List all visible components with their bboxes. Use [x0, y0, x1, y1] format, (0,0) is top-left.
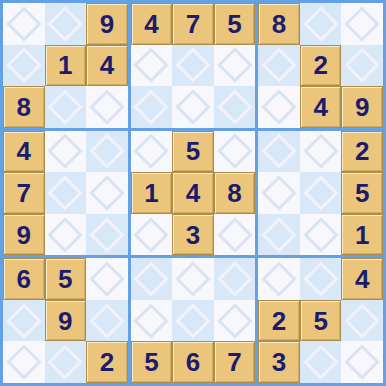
diamond-decoration — [217, 89, 252, 124]
cell-r6c3[interactable] — [86, 214, 128, 256]
cell-r9c1[interactable] — [3, 341, 45, 383]
sudoku-board: 914847582494795148325165925674253 — [0, 0, 386, 386]
diamond-decoration — [345, 48, 380, 83]
cell-r8c6[interactable] — [214, 300, 256, 342]
diamond-decoration — [134, 48, 169, 83]
cell-r5c4[interactable]: 1 — [131, 172, 173, 214]
diamond-decoration — [48, 6, 83, 41]
diamond-decoration — [175, 261, 210, 296]
diamond-decoration — [303, 134, 338, 169]
cell-r5c8[interactable] — [300, 172, 342, 214]
diamond-decoration — [134, 134, 169, 169]
cell-r3c1[interactable]: 8 — [3, 86, 45, 128]
cell-r8c4[interactable] — [131, 300, 173, 342]
diamond-decoration — [134, 261, 169, 296]
diamond-decoration — [217, 303, 252, 338]
cell-r1c3[interactable]: 9 — [86, 3, 128, 45]
cell-r9c2[interactable] — [45, 341, 87, 383]
cell-r9c8[interactable] — [300, 341, 342, 383]
cell-r7c6[interactable] — [214, 258, 256, 300]
diamond-decoration — [217, 134, 252, 169]
cell-r8c9[interactable] — [341, 300, 383, 342]
cell-r4c5[interactable]: 5 — [172, 131, 214, 173]
box-r0c1: 475 — [131, 3, 256, 128]
box-r2c2: 4253 — [258, 258, 383, 383]
cell-r4c6[interactable] — [214, 131, 256, 173]
diamond-decoration — [89, 89, 124, 124]
box-r0c2: 8249 — [258, 3, 383, 128]
diamond-decoration — [48, 345, 83, 380]
cell-r2c6[interactable] — [214, 45, 256, 87]
diamond-decoration — [217, 261, 252, 296]
diamond-decoration — [6, 6, 41, 41]
diamond-decoration — [175, 89, 210, 124]
box-r1c2: 251 — [258, 131, 383, 256]
cell-r7c2[interactable]: 5 — [45, 258, 87, 300]
cell-r7c9[interactable]: 4 — [341, 258, 383, 300]
cell-r1c2[interactable] — [45, 3, 87, 45]
diamond-decoration — [303, 6, 338, 41]
cell-r2c9[interactable] — [341, 45, 383, 87]
diamond-decoration — [261, 261, 296, 296]
box-r2c1: 567 — [131, 258, 256, 383]
cell-r5c6[interactable]: 8 — [214, 172, 256, 214]
diamond-decoration — [217, 217, 252, 252]
diamond-decoration — [175, 48, 210, 83]
diamond-decoration — [6, 48, 41, 83]
cell-r8c2[interactable]: 9 — [45, 300, 87, 342]
diamond-decoration — [261, 89, 296, 124]
cell-r1c1[interactable] — [3, 3, 45, 45]
cell-r6c1[interactable]: 9 — [3, 214, 45, 256]
cell-r5c7[interactable] — [258, 172, 300, 214]
cell-r6c8[interactable] — [300, 214, 342, 256]
diamond-decoration — [6, 303, 41, 338]
cell-r6c2[interactable] — [45, 214, 87, 256]
cell-r5c1[interactable]: 7 — [3, 172, 45, 214]
cell-r1c5[interactable]: 7 — [172, 3, 214, 45]
cell-r4c1[interactable]: 4 — [3, 131, 45, 173]
diamond-decoration — [261, 217, 296, 252]
cell-r6c5[interactable]: 3 — [172, 214, 214, 256]
cell-r2c7[interactable] — [258, 45, 300, 87]
cell-r7c5[interactable] — [172, 258, 214, 300]
diamond-decoration — [134, 303, 169, 338]
box-r1c1: 51483 — [131, 131, 256, 256]
diamond-decoration — [303, 261, 338, 296]
cell-r2c3[interactable]: 4 — [86, 45, 128, 87]
cell-r7c3[interactable] — [86, 258, 128, 300]
cell-r2c8[interactable]: 2 — [300, 45, 342, 87]
cell-r9c3[interactable]: 2 — [86, 341, 128, 383]
cell-r9c4[interactable]: 5 — [131, 341, 173, 383]
cell-r6c4[interactable] — [131, 214, 173, 256]
cell-r1c9[interactable] — [341, 3, 383, 45]
cell-r3c5[interactable] — [172, 86, 214, 128]
diamond-decoration — [48, 175, 83, 210]
cell-r8c8[interactable]: 5 — [300, 300, 342, 342]
cell-r1c7[interactable]: 8 — [258, 3, 300, 45]
cell-r9c5[interactable]: 6 — [172, 341, 214, 383]
cell-r4c8[interactable] — [300, 131, 342, 173]
cell-r7c7[interactable] — [258, 258, 300, 300]
cell-r4c7[interactable] — [258, 131, 300, 173]
cell-r3c7[interactable] — [258, 86, 300, 128]
cell-r7c4[interactable] — [131, 258, 173, 300]
cell-r3c2[interactable] — [45, 86, 87, 128]
cell-r5c2[interactable] — [45, 172, 87, 214]
cell-r4c2[interactable] — [45, 131, 87, 173]
cell-r5c3[interactable] — [86, 172, 128, 214]
cell-r3c9[interactable]: 9 — [341, 86, 383, 128]
cell-r2c4[interactable] — [131, 45, 173, 87]
cell-r9c9[interactable] — [341, 341, 383, 383]
diamond-decoration — [303, 217, 338, 252]
diamond-decoration — [89, 175, 124, 210]
cell-r1c6[interactable]: 5 — [214, 3, 256, 45]
cell-r8c7[interactable]: 2 — [258, 300, 300, 342]
cell-r6c6[interactable] — [214, 214, 256, 256]
diamond-decoration — [48, 134, 83, 169]
cell-r9c6[interactable]: 7 — [214, 341, 256, 383]
cell-r8c3[interactable] — [86, 300, 128, 342]
cell-r1c8[interactable] — [300, 3, 342, 45]
diamond-decoration — [6, 345, 41, 380]
diamond-decoration — [134, 217, 169, 252]
cell-r8c5[interactable] — [172, 300, 214, 342]
diamond-decoration — [345, 303, 380, 338]
diamond-decoration — [48, 217, 83, 252]
diamond-decoration — [303, 345, 338, 380]
cell-r6c9[interactable]: 1 — [341, 214, 383, 256]
box-r0c0: 9148 — [3, 3, 128, 128]
cell-r2c5[interactable] — [172, 45, 214, 87]
cell-r4c4[interactable] — [131, 131, 173, 173]
cell-r4c9[interactable]: 2 — [341, 131, 383, 173]
box-r1c0: 479 — [3, 131, 128, 256]
diamond-decoration — [48, 89, 83, 124]
diamond-decoration — [217, 48, 252, 83]
cell-r5c9[interactable]: 5 — [341, 172, 383, 214]
cell-r7c1[interactable]: 6 — [3, 258, 45, 300]
diamond-decoration — [303, 175, 338, 210]
cell-r3c8[interactable]: 4 — [300, 86, 342, 128]
diamond-decoration — [175, 303, 210, 338]
cell-r7c8[interactable] — [300, 258, 342, 300]
cell-r5c5[interactable]: 4 — [172, 172, 214, 214]
cell-r2c2[interactable]: 1 — [45, 45, 87, 87]
cell-r6c7[interactable] — [258, 214, 300, 256]
cell-r2c1[interactable] — [3, 45, 45, 87]
cell-r3c4[interactable] — [131, 86, 173, 128]
diamond-decoration — [134, 89, 169, 124]
cell-r8c1[interactable] — [3, 300, 45, 342]
cell-r3c6[interactable] — [214, 86, 256, 128]
diamond-decoration — [89, 261, 124, 296]
diamond-decoration — [261, 48, 296, 83]
cell-r4c3[interactable] — [86, 131, 128, 173]
diamond-decoration — [261, 134, 296, 169]
diamond-decoration — [89, 217, 124, 252]
diamond-decoration — [345, 345, 380, 380]
diamond-decoration — [345, 6, 380, 41]
cell-r1c4[interactable]: 4 — [131, 3, 173, 45]
box-r2c0: 6592 — [3, 258, 128, 383]
diamond-decoration — [261, 175, 296, 210]
diamond-decoration — [89, 303, 124, 338]
cell-r9c7[interactable]: 3 — [258, 341, 300, 383]
diamond-decoration — [89, 134, 124, 169]
cell-r3c3[interactable] — [86, 86, 128, 128]
